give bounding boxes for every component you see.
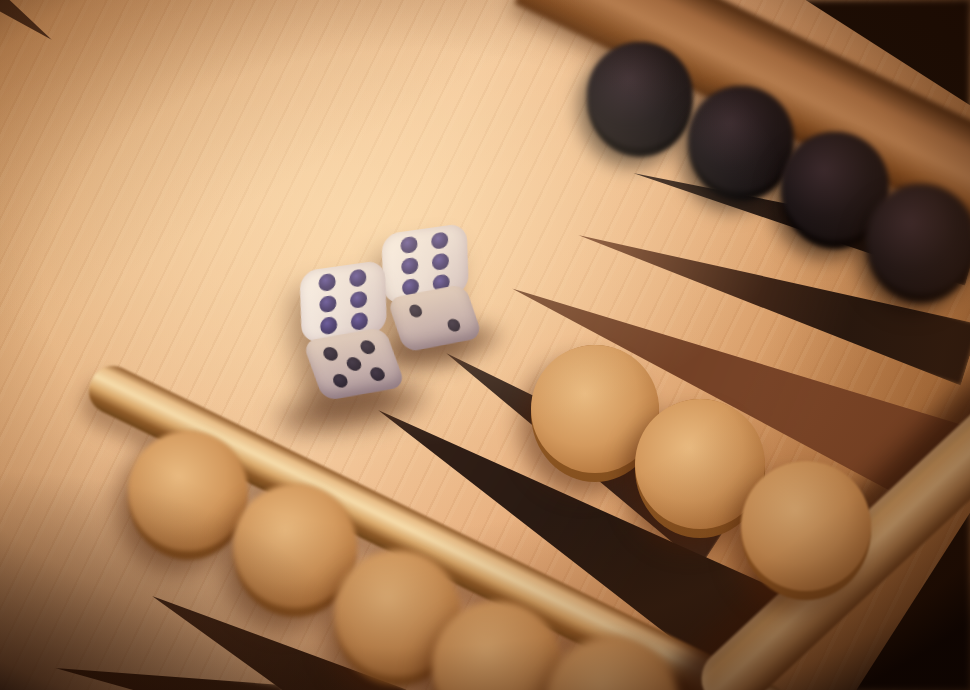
checker-wood-near-3[interactable] [334, 550, 461, 686]
die-pip [321, 346, 340, 362]
board-point-far-4[interactable] [424, 319, 744, 566]
bottom-left-shadow-overlay [0, 0, 970, 690]
board-point-far-3[interactable] [494, 244, 970, 515]
die-pip [350, 290, 367, 309]
checker-black-2[interactable] [688, 86, 794, 201]
checker-top-face [587, 42, 693, 148]
board-point-left-corner[interactable] [0, 0, 63, 55]
die-left[interactable] [296, 257, 425, 440]
checker-side [688, 86, 794, 201]
checker-side [587, 42, 693, 157]
checker-wood-mid-1[interactable] [531, 345, 659, 482]
checker-side [546, 636, 678, 690]
die-pip [319, 295, 336, 314]
board-point-near-2[interactable] [51, 645, 285, 690]
checker-top-face [741, 461, 871, 591]
checker-side [741, 461, 871, 600]
checker-wood-near-1[interactable] [128, 431, 248, 560]
checkers-layer [0, 0, 970, 690]
die-pip [331, 373, 350, 389]
checker-wood-mid-3[interactable] [741, 461, 871, 600]
board-wood-surface [0, 0, 970, 690]
background-bottom-right [0, 0, 970, 690]
checker-side [781, 132, 889, 249]
backgammon-photo-scene [0, 0, 970, 690]
checker-top-face [546, 636, 678, 690]
board-point-far-2[interactable] [569, 204, 970, 385]
near-frame-shadow [653, 376, 970, 690]
dice-layer [0, 0, 970, 690]
die-pip [349, 269, 366, 288]
wood-grain-texture [0, 0, 970, 690]
die-front-face [387, 284, 483, 353]
checker-top-face [531, 345, 659, 473]
near-frame-rail [689, 384, 970, 690]
checker-top-face [866, 184, 970, 294]
top-left-tint-overlay [0, 0, 970, 690]
checker-top-face [781, 132, 889, 240]
board-point-far-1[interactable] [627, 151, 970, 286]
checker-top-face [432, 601, 562, 690]
checker-top-face [128, 431, 248, 551]
checker-side [531, 345, 659, 482]
checker-top-face [233, 484, 357, 608]
die-right[interactable] [378, 220, 507, 403]
die-pip [433, 274, 450, 292]
far-frame-rail [514, 0, 970, 240]
checker-black-1[interactable] [587, 42, 693, 157]
checker-wood-near-5[interactable] [546, 636, 678, 690]
checker-top-face [635, 399, 765, 529]
die-top-face [299, 260, 387, 344]
backgammon-board [0, 0, 970, 690]
die-front-face [302, 327, 406, 401]
bar-layer [0, 0, 970, 690]
checker-side [432, 601, 562, 690]
die-pip [401, 236, 418, 254]
board-bar [81, 358, 794, 690]
die-pip [402, 278, 419, 296]
checker-top-face [688, 86, 794, 192]
checker-side [233, 484, 357, 617]
background-top-right [0, 0, 970, 690]
dice-contact-shadow-1 [275, 375, 430, 440]
far-frame-layer [0, 0, 970, 690]
checker-wood-near-4[interactable] [432, 601, 562, 690]
vignette-overlay [0, 0, 970, 690]
checker-side [635, 399, 765, 538]
points-layer [0, 0, 970, 690]
checker-side [866, 184, 970, 303]
die-pip [431, 231, 448, 249]
board-point-far-5[interactable] [350, 363, 801, 690]
die-pip [402, 257, 419, 275]
checker-wood-mid-2[interactable] [635, 399, 765, 538]
checker-top-face [334, 550, 461, 677]
die-pip [345, 356, 364, 372]
die-pip [368, 366, 387, 382]
die-pip [351, 312, 368, 331]
die-pip [432, 253, 449, 271]
checker-wood-near-2[interactable] [233, 484, 357, 617]
sheen-overlay [0, 0, 970, 690]
die-top-face [381, 223, 469, 305]
die-pip [320, 316, 337, 335]
die-pip [407, 304, 424, 319]
die-pip [359, 339, 378, 355]
checker-black-4[interactable] [866, 184, 970, 303]
near-frame-layer [0, 0, 970, 690]
checker-side [128, 431, 248, 560]
board-point-near-1[interactable] [135, 563, 408, 690]
checker-side [334, 550, 461, 686]
dice-contact-shadow-2 [378, 318, 502, 372]
die-pip [445, 317, 462, 332]
checker-black-3[interactable] [781, 132, 889, 249]
die-pip [319, 273, 336, 292]
